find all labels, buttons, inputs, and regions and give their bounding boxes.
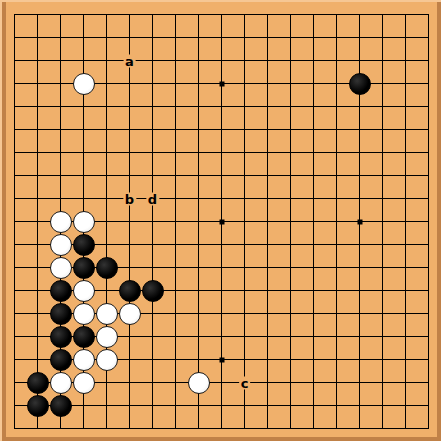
black-stone [50, 349, 72, 371]
white-stone [119, 303, 141, 325]
black-stone [50, 303, 72, 325]
white-stone [96, 326, 118, 348]
white-stone [73, 211, 95, 233]
black-stone [27, 395, 49, 417]
grid-line-horizontal [14, 428, 429, 429]
grid-line-vertical [244, 14, 245, 429]
star-point [219, 81, 224, 86]
grid-line-horizontal [14, 405, 429, 406]
black-stone [50, 326, 72, 348]
grid-line-vertical [336, 14, 337, 429]
point-label-b: b [123, 192, 136, 205]
black-stone [73, 257, 95, 279]
point-label-c: c [239, 376, 251, 389]
white-stone [96, 303, 118, 325]
star-point [357, 219, 362, 224]
grid-line-vertical [267, 14, 268, 429]
grid-line-vertical [290, 14, 291, 429]
grid-line-vertical [313, 14, 314, 429]
black-stone [142, 280, 164, 302]
black-stone [96, 257, 118, 279]
white-stone [96, 349, 118, 371]
grid-line-vertical [428, 14, 429, 429]
black-stone [73, 234, 95, 256]
go-board: abdc [0, 0, 441, 441]
white-stone [50, 372, 72, 394]
white-stone [50, 211, 72, 233]
white-stone [188, 372, 210, 394]
white-stone [50, 257, 72, 279]
white-stone [73, 349, 95, 371]
black-stone [27, 372, 49, 394]
white-stone [73, 280, 95, 302]
star-point [219, 219, 224, 224]
grid-line-vertical [382, 14, 383, 429]
point-label-d: d [146, 192, 159, 205]
white-stone [73, 372, 95, 394]
black-stone [50, 280, 72, 302]
black-stone [119, 280, 141, 302]
black-stone [50, 395, 72, 417]
white-stone [73, 303, 95, 325]
grid-line-vertical [405, 14, 406, 429]
point-label-a: a [123, 54, 136, 67]
black-stone [349, 73, 371, 95]
white-stone [73, 73, 95, 95]
black-stone [73, 326, 95, 348]
star-point [219, 357, 224, 362]
white-stone [50, 234, 72, 256]
